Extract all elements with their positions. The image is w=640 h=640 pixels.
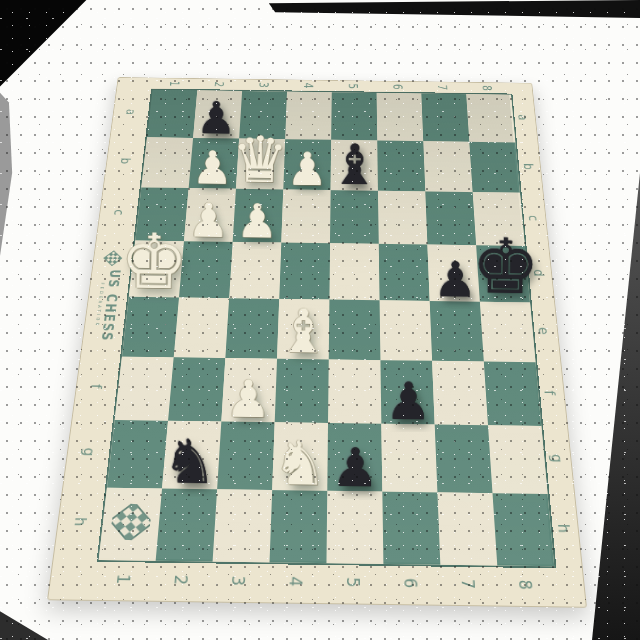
square-b1: [141, 137, 193, 188]
white-pawn-f3: ♟: [225, 373, 272, 425]
play-area: ♟♟♛♟♝♟♟♚♟♚♝♟♟♞♞♟: [97, 89, 557, 569]
square-f7: [432, 361, 488, 425]
rank-label-1: 1: [92, 558, 154, 601]
file-label-b: b: [104, 136, 146, 187]
square-b7: [423, 141, 472, 192]
chess-board-mat: 12345678 12345678 abc US CHESS FEDERATIO…: [47, 77, 587, 608]
board-scene: 12345678 12345678 abc US CHESS FEDERATIO…: [0, 0, 640, 640]
square-h7: [437, 492, 497, 565]
black-bishop-b5: ♝: [329, 137, 380, 193]
square-c2: ♟: [184, 188, 236, 242]
square-a8: [466, 94, 515, 142]
square-g2: ♞: [162, 421, 221, 489]
square-c4: [281, 189, 330, 243]
square-f4: [275, 359, 329, 423]
square-h2: [156, 488, 217, 561]
rank-label-8: 8: [495, 564, 556, 607]
square-e6: [380, 300, 433, 361]
square-a6: [377, 93, 424, 141]
photo-frame: 12345678 12345678 abc US CHESS FEDERATIO…: [0, 0, 640, 640]
square-g7: [435, 425, 493, 494]
black-pawn-f6: ♟: [385, 376, 432, 428]
square-c5: [330, 190, 379, 244]
white-pawn-b4: ♟: [286, 146, 328, 192]
square-g4: ♞: [272, 422, 328, 491]
black-pawn-a2: ♟: [196, 96, 237, 141]
square-h8: [492, 493, 554, 566]
square-b3: ♛: [236, 139, 285, 190]
square-h5: [326, 491, 383, 564]
square-d8: ♚: [476, 245, 530, 302]
square-g1: [107, 420, 168, 488]
white-bishop-e4: ♝: [276, 301, 331, 362]
square-e5: [329, 300, 381, 361]
square-f5: [328, 359, 381, 423]
rank-label-6: 6: [381, 562, 440, 605]
rank-label-4: 4: [285, 80, 330, 91]
square-d2: [179, 241, 233, 298]
square-b6: [377, 140, 425, 191]
square-b2: ♟: [189, 138, 239, 189]
square-d7: ♟: [427, 245, 479, 302]
square-g8: [488, 425, 548, 494]
square-a3: [239, 91, 287, 139]
rank-label-6: 6: [375, 81, 420, 92]
square-g5: ♟: [327, 423, 382, 492]
square-d6: [379, 244, 430, 301]
square-f8: [484, 362, 542, 426]
square-f6: ♟: [380, 360, 434, 424]
us-chess-diamond-icon: [103, 250, 124, 266]
square-e2: [174, 298, 229, 358]
square-h3: [213, 489, 273, 562]
us-chess-corner-logo: [108, 503, 153, 545]
square-h4: [270, 490, 328, 563]
rank-label-5: 5: [330, 81, 375, 92]
square-a1: [147, 90, 197, 138]
square-c3: ♟: [233, 189, 284, 243]
rank-label-5: 5: [324, 561, 382, 604]
square-c6: [378, 191, 427, 245]
square-h1: [99, 488, 162, 561]
square-d4: [279, 243, 330, 300]
square-b8: [469, 142, 520, 193]
file-label-c: c: [97, 186, 140, 240]
rank-label-8: 8: [464, 83, 509, 94]
square-c8: [473, 192, 525, 246]
square-g6: [381, 424, 437, 493]
file-label-a: a: [111, 88, 151, 136]
rank-label-7: 7: [438, 563, 498, 606]
white-pawn-c3: ♟: [236, 198, 279, 246]
square-d5: [329, 243, 379, 300]
square-f3: ♟: [221, 358, 277, 422]
square-a5: [331, 92, 377, 140]
square-c7: [425, 191, 476, 245]
square-d3: [229, 242, 281, 299]
square-d1: ♚: [129, 241, 184, 298]
square-a4: [285, 92, 332, 140]
rank-label-4: 4: [266, 560, 324, 603]
rank-label-3: 3: [241, 79, 286, 90]
rank-label-1: 1: [151, 78, 197, 89]
rank-label-2: 2: [150, 559, 211, 602]
white-knight-g4: ♞: [272, 433, 327, 495]
square-a7: [421, 93, 469, 141]
square-e7: [430, 301, 484, 362]
black-pawn-g5: ♟: [331, 441, 379, 495]
square-e8: [480, 302, 536, 363]
rank-label-7: 7: [419, 82, 464, 93]
square-c1: [135, 187, 188, 241]
square-e4: ♝: [277, 299, 329, 360]
rank-label-2: 2: [196, 79, 241, 90]
square-e1: [122, 297, 179, 357]
square-f2: [168, 357, 225, 421]
square-g3: [217, 422, 275, 490]
white-pawn-b2: ♟: [192, 145, 234, 191]
black-knight-g2: ♞: [162, 431, 217, 493]
rank-label-3: 3: [208, 560, 268, 603]
white-pawn-c2: ♟: [187, 197, 230, 245]
square-b5: ♝: [331, 140, 378, 191]
square-e3: [225, 298, 279, 358]
square-a2: ♟: [193, 90, 242, 138]
black-pawn-d7: ♟: [433, 255, 477, 304]
square-b4: ♟: [283, 139, 331, 190]
square-h6: [382, 492, 440, 565]
square-f1: [115, 357, 174, 421]
